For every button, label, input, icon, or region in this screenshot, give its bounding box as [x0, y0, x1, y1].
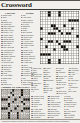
black-cell [12, 94, 14, 96]
letter-cell: R [16, 89, 18, 91]
letter-cell: A [19, 94, 21, 96]
puzzle-grid [40, 11, 79, 64]
black-cell [14, 98, 16, 100]
letter-cell: S [8, 109, 10, 111]
black-cell [3, 107, 5, 109]
letter-cell: N [25, 105, 27, 107]
letter-cell: T [10, 94, 12, 96]
letter-cell: K [21, 107, 23, 109]
letter-cell: O [14, 89, 16, 91]
letter-cell: A [16, 107, 18, 109]
black-cell [27, 107, 29, 109]
black-cell [23, 98, 25, 100]
letter-cell: P [21, 105, 23, 107]
letter-cell: E [12, 114, 14, 116]
letter-cell: A [25, 96, 27, 98]
letter-cell: D [19, 116, 21, 118]
letter-cell: R [21, 112, 23, 114]
letter-cell: E [19, 114, 21, 116]
letter-cell: N [21, 98, 23, 100]
letter-cell: E [21, 116, 23, 118]
letter-cell: A [23, 100, 25, 102]
letter-cell: R [3, 105, 5, 107]
black-cell [8, 105, 10, 107]
letter-cell: A [10, 112, 12, 114]
letter-cell: A [1, 91, 3, 93]
letter-cell: I [3, 94, 5, 96]
letter-cell: O [1, 114, 3, 116]
letter-cell: E [12, 98, 14, 100]
letter-cell: M [5, 94, 7, 96]
letter-cell: A [1, 105, 3, 107]
black-cell [21, 100, 23, 102]
letter-cell: E [10, 116, 12, 118]
letter-cell: A [10, 89, 12, 91]
black-cell [27, 98, 29, 100]
letter-cell: S [14, 96, 16, 98]
letter-cell: N [23, 116, 25, 118]
letter-cell: G [10, 103, 12, 105]
black-cell [21, 91, 23, 93]
letter-cell: T [14, 112, 16, 114]
letter-cell: E [8, 91, 10, 93]
letter-cell: E [27, 112, 29, 114]
letter-cell: V [27, 103, 29, 105]
letter-cell: A [14, 91, 16, 93]
black-cell [12, 89, 14, 91]
black-cell [16, 112, 18, 114]
letter-cell: P [14, 100, 16, 102]
letter-cell: A [5, 109, 7, 111]
letter-cell: M [27, 89, 29, 91]
letter-cell: A [12, 107, 14, 109]
letter-cell: A [3, 89, 5, 91]
letter-cell: N [12, 112, 14, 114]
letter-cell: T [1, 112, 3, 114]
black-cell [23, 103, 25, 105]
letter-cell: A [5, 96, 7, 98]
newspaper-crossword-page: { "game": "crossword", "page": { "title"… [0, 0, 80, 123]
letter-cell: S [19, 105, 21, 107]
letter-cell: O [5, 91, 7, 93]
black-cell [5, 98, 7, 100]
letter-cell: E [16, 109, 18, 111]
letter-cell: A [23, 112, 25, 114]
letter-cell: B [10, 96, 12, 98]
letter-cell: E [25, 94, 27, 96]
letter-cell: S [16, 96, 18, 98]
letter-cell: E [27, 114, 29, 116]
letter-cell: S [1, 109, 3, 111]
letter-cell: E [27, 100, 29, 102]
letter-cell: I [8, 94, 10, 96]
letter-cell: L [1, 94, 3, 96]
clue-region-mid: 1 Sushi fish5 Pale9 Gala13 Oboe kin14 Io… [31, 67, 80, 94]
letter-cell: M [10, 100, 12, 102]
black-cell [25, 98, 27, 100]
letter-cell: S [1, 100, 3, 102]
letter-cell: N [10, 98, 12, 100]
letter-cell: T [8, 89, 10, 91]
clue-column-across: ACROSS 1 Sushi fish5 Pale9 Gala13 Oboe k… [1, 12, 19, 86]
black-cell [19, 96, 21, 98]
letter-cell: S [27, 116, 29, 118]
black-cell [8, 114, 10, 116]
letter-cell: O [14, 105, 16, 107]
letter-cell: E [5, 114, 7, 116]
letter-cell: T [16, 98, 18, 100]
black-cell [14, 107, 16, 109]
letter-cell: W [23, 94, 25, 96]
black-cell [8, 116, 10, 118]
letter-cell: T [19, 112, 21, 114]
letter-cell: D [25, 112, 27, 114]
black-cell [8, 103, 10, 105]
letter-cell: E [16, 94, 18, 96]
black-cell [23, 107, 25, 109]
black-cell [1, 107, 3, 109]
clue-item: 5 In a bit [69, 90, 80, 92]
letter-cell: O [14, 103, 16, 105]
letter-cell: E [27, 91, 29, 93]
letter-cell: I [16, 91, 18, 93]
letter-cell: S [25, 114, 27, 116]
letter-cell: I [10, 105, 12, 107]
letter-cell: C [3, 100, 5, 102]
letter-cell: O [5, 103, 7, 105]
letter-cell: A [8, 100, 10, 102]
page-title: Crossword [1, 1, 32, 9]
letter-cell: A [23, 105, 25, 107]
letter-cell: D [5, 116, 7, 118]
letter-cell: R [19, 107, 21, 109]
black-cell [10, 109, 12, 111]
solution-header: ANSWER TO PREVIOUS PUZZLE [1, 86, 30, 89]
letter-cell: R [12, 91, 14, 93]
black-cell [25, 107, 27, 109]
letter-cell: O [23, 91, 25, 93]
letter-cell: S [27, 105, 29, 107]
letter-cell: S [12, 116, 14, 118]
letter-cell: O [3, 103, 5, 105]
letter-cell: D [23, 89, 25, 91]
letter-cell: D [14, 109, 16, 111]
letter-cell: T [14, 94, 16, 96]
letter-cell: O [8, 98, 10, 100]
clue-region-lower: 52 Winter coat50 Pitcher part47 Aroma45 … [31, 95, 80, 119]
letter-cell: P [1, 89, 3, 91]
clue-item: 48 Gym unit [56, 92, 67, 94]
letter-cell: E [23, 109, 25, 111]
letter-cell: P [3, 109, 5, 111]
black-cell [16, 105, 18, 107]
letter-cell: T [3, 96, 5, 98]
black-cell [21, 94, 23, 96]
letter-cell: L [19, 91, 21, 93]
footer-note: Answers to today's puzzle will appear in… [1, 120, 80, 123]
letter-cell: T [16, 103, 18, 105]
letter-cell: G [10, 114, 12, 116]
black-cell [16, 116, 18, 118]
letter-cell: O [21, 103, 23, 105]
letter-cell: T [1, 103, 3, 105]
letter-cell: I [19, 98, 21, 100]
letter-cell: R [12, 103, 14, 105]
letter-cell: R [25, 103, 27, 105]
letter-cell: D [3, 114, 5, 116]
black-cell [8, 112, 10, 114]
letter-cell: T [10, 107, 12, 109]
black-cell [10, 91, 12, 93]
letter-cell: E [1, 96, 3, 98]
clue-item: 31 Dry as dust [44, 90, 55, 94]
black-cell [21, 89, 23, 91]
letter-cell: L [14, 114, 16, 116]
letter-cell: S [19, 109, 21, 111]
letter-cell: S [14, 116, 16, 118]
letter-cell: I [25, 89, 27, 91]
letter-cell: O [3, 116, 5, 118]
letter-cell: R [5, 100, 7, 102]
letter-cell: N [25, 91, 27, 93]
white-cell [76, 61, 78, 63]
black-cell [3, 98, 5, 100]
black-cell [1, 98, 3, 100]
letter-cell: B [19, 89, 21, 91]
letter-cell: S [21, 96, 23, 98]
letter-cell: S [27, 96, 29, 98]
letter-cell: E [19, 100, 21, 102]
letter-cell: S [5, 89, 7, 91]
letter-cell: N [5, 112, 7, 114]
black-cell [16, 114, 18, 116]
black-cell [8, 96, 10, 98]
letter-cell: E [23, 96, 25, 98]
letter-cell: R [21, 114, 23, 116]
letter-cell: A [27, 109, 29, 111]
letter-cell: A [12, 96, 14, 98]
letter-cell: T [19, 103, 21, 105]
black-cell [5, 107, 7, 109]
letter-cell: K [5, 105, 7, 107]
black-cell [21, 109, 23, 111]
across-clue-list: 1 Sushi fish5 Pale9 Gala13 Oboe kin14 Io… [1, 14, 19, 86]
letter-cell: D [27, 94, 29, 96]
solution-grid: PASTAORBDIMALOERAILONELIMITTEAWEDETABASS… [1, 89, 30, 119]
letter-cell: O [12, 109, 14, 111]
letter-cell: C [25, 100, 27, 102]
letter-cell: D [12, 105, 14, 107]
black-cell [12, 100, 14, 102]
letter-cell: E [8, 107, 10, 109]
letter-cell: I [16, 100, 18, 102]
letter-cell: E [3, 112, 5, 114]
letter-cell: P [1, 116, 3, 118]
clue-item: 19 Neon, e.g. [31, 88, 42, 92]
letter-cell: T [25, 116, 27, 118]
letter-cell: A [23, 114, 25, 116]
letter-cell: L [3, 91, 5, 93]
letter-cell: T [25, 109, 27, 111]
